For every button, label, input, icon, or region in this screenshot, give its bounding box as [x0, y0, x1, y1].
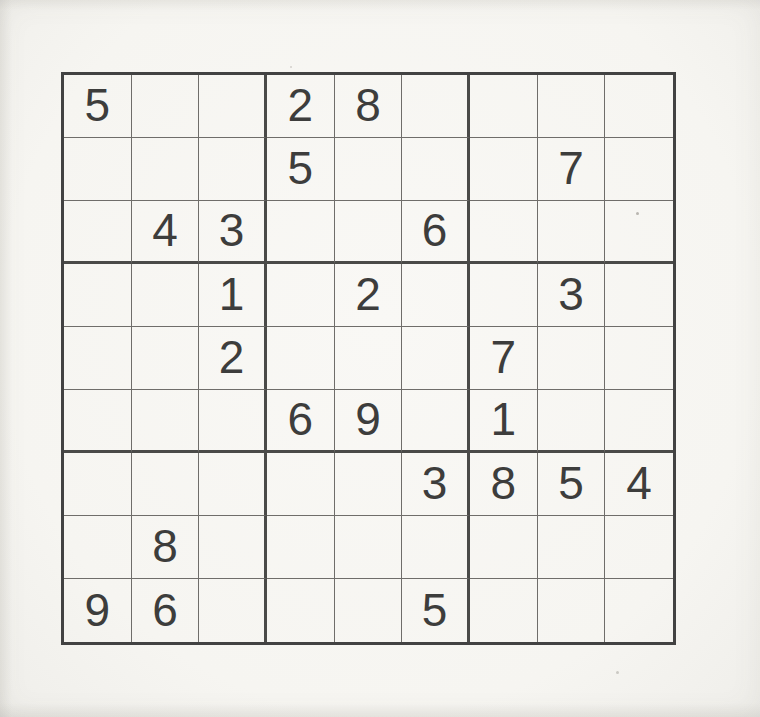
cell-r4c7[interactable] — [470, 264, 538, 327]
cell-r8c3[interactable] — [199, 516, 267, 579]
cell-r4c9[interactable] — [605, 264, 673, 327]
cell-r9c8[interactable] — [538, 579, 606, 642]
cell-r5c5[interactable] — [335, 327, 403, 390]
cell-r2c2[interactable] — [132, 138, 200, 201]
given-digit: 8 — [491, 460, 517, 506]
cell-r8c1[interactable] — [64, 516, 132, 579]
cell-r6c2[interactable] — [132, 390, 200, 453]
given-digit: 4 — [152, 207, 178, 253]
cell-r5c9[interactable] — [605, 327, 673, 390]
cell-r2c7[interactable] — [470, 138, 538, 201]
cell-r1c5[interactable]: 8 — [335, 75, 403, 138]
cell-r3c1[interactable] — [64, 201, 132, 264]
cell-r3c5[interactable] — [335, 201, 403, 264]
given-digit: 9 — [85, 587, 111, 633]
cell-r1c6[interactable] — [402, 75, 470, 138]
scan-speck — [616, 671, 619, 674]
cell-r2c1[interactable] — [64, 138, 132, 201]
cell-r3c4[interactable] — [267, 201, 335, 264]
cell-r8c8[interactable] — [538, 516, 606, 579]
cell-r9c7[interactable] — [470, 579, 538, 642]
cell-r1c2[interactable] — [132, 75, 200, 138]
cell-r2c8[interactable]: 7 — [538, 138, 606, 201]
cell-r3c9[interactable] — [605, 201, 673, 264]
cell-r4c2[interactable] — [132, 264, 200, 327]
cell-r4c4[interactable] — [267, 264, 335, 327]
cell-r6c6[interactable] — [402, 390, 470, 453]
cell-r1c1[interactable]: 5 — [64, 75, 132, 138]
cell-r9c6[interactable]: 5 — [402, 579, 470, 642]
sudoku-board: 528574361232769138548965 — [61, 72, 676, 645]
cell-r5c2[interactable] — [132, 327, 200, 390]
cell-r6c3[interactable] — [199, 390, 267, 453]
cell-r3c6[interactable]: 6 — [402, 201, 470, 264]
cell-r5c8[interactable] — [538, 327, 606, 390]
given-digit: 5 — [422, 587, 448, 633]
cell-r8c9[interactable] — [605, 516, 673, 579]
cell-r1c9[interactable] — [605, 75, 673, 138]
cell-r3c8[interactable] — [538, 201, 606, 264]
cell-r8c6[interactable] — [402, 516, 470, 579]
cell-r1c7[interactable] — [470, 75, 538, 138]
cell-r2c4[interactable]: 5 — [267, 138, 335, 201]
cell-r4c6[interactable] — [402, 264, 470, 327]
given-digit: 2 — [288, 82, 314, 128]
cell-r2c3[interactable] — [199, 138, 267, 201]
cell-r6c1[interactable] — [64, 390, 132, 453]
cell-r1c8[interactable] — [538, 75, 606, 138]
cell-r8c5[interactable] — [335, 516, 403, 579]
cell-r4c3[interactable]: 1 — [199, 264, 267, 327]
given-digit: 6 — [152, 587, 178, 633]
cell-r1c4[interactable]: 2 — [267, 75, 335, 138]
cell-r3c3[interactable]: 3 — [199, 201, 267, 264]
cell-r6c8[interactable] — [538, 390, 606, 453]
given-digit: 5 — [288, 145, 314, 191]
cell-r2c9[interactable] — [605, 138, 673, 201]
cell-r3c2[interactable]: 4 — [132, 201, 200, 264]
cell-r4c5[interactable]: 2 — [335, 264, 403, 327]
given-digit: 9 — [355, 396, 381, 442]
given-digit: 3 — [219, 207, 245, 253]
cell-r7c8[interactable]: 5 — [538, 453, 606, 516]
cell-r2c6[interactable] — [402, 138, 470, 201]
given-digit: 6 — [288, 396, 314, 442]
cell-r3c7[interactable] — [470, 201, 538, 264]
cell-r6c9[interactable] — [605, 390, 673, 453]
cell-r5c4[interactable] — [267, 327, 335, 390]
cell-r2c5[interactable] — [335, 138, 403, 201]
cell-r7c5[interactable] — [335, 453, 403, 516]
given-digit: 7 — [558, 145, 584, 191]
cell-r7c1[interactable] — [64, 453, 132, 516]
given-digit: 8 — [152, 523, 178, 569]
given-digit: 6 — [422, 207, 448, 253]
cell-r5c7[interactable]: 7 — [470, 327, 538, 390]
given-digit: 7 — [491, 334, 517, 380]
given-digit: 2 — [219, 334, 245, 380]
cell-r7c2[interactable] — [132, 453, 200, 516]
cell-r7c3[interactable] — [199, 453, 267, 516]
given-digit: 1 — [219, 271, 245, 317]
cell-r6c4[interactable]: 6 — [267, 390, 335, 453]
cell-r9c5[interactable] — [335, 579, 403, 642]
cell-r8c7[interactable] — [470, 516, 538, 579]
given-digit: 5 — [85, 82, 111, 128]
given-digit: 5 — [558, 460, 584, 506]
cell-r7c6[interactable]: 3 — [402, 453, 470, 516]
given-digit: 1 — [491, 396, 517, 442]
scan-speck — [290, 66, 292, 68]
cell-r8c2[interactable]: 8 — [132, 516, 200, 579]
given-digit: 2 — [355, 271, 381, 317]
given-digit: 4 — [626, 460, 652, 506]
given-digit: 3 — [558, 271, 584, 317]
cell-r9c3[interactable] — [199, 579, 267, 642]
scanned-sudoku-page: 528574361232769138548965 — [0, 0, 760, 717]
cell-r5c6[interactable] — [402, 327, 470, 390]
cell-r4c8[interactable]: 3 — [538, 264, 606, 327]
cell-r9c1[interactable]: 9 — [64, 579, 132, 642]
cell-r4c1[interactable] — [64, 264, 132, 327]
given-digit: 8 — [355, 82, 381, 128]
cell-r8c4[interactable] — [267, 516, 335, 579]
cell-r5c1[interactable] — [64, 327, 132, 390]
cell-r7c9[interactable]: 4 — [605, 453, 673, 516]
cell-r6c5[interactable]: 9 — [335, 390, 403, 453]
cell-r6c7[interactable]: 1 — [470, 390, 538, 453]
given-digit: 3 — [422, 460, 448, 506]
cell-r9c9[interactable] — [605, 579, 673, 642]
cell-r5c3[interactable]: 2 — [199, 327, 267, 390]
cell-r7c4[interactable] — [267, 453, 335, 516]
cell-r9c2[interactable]: 6 — [132, 579, 200, 642]
cell-r7c7[interactable]: 8 — [470, 453, 538, 516]
cell-r9c4[interactable] — [267, 579, 335, 642]
cell-r1c3[interactable] — [199, 75, 267, 138]
